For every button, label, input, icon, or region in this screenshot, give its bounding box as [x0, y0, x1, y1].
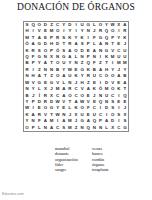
grid-cell: G [122, 125, 128, 131]
word-list-item: trasplante [92, 167, 109, 172]
word-list-right-column: venasbancocordónórganotrasplante [92, 146, 109, 172]
worksheet-page: DONACIÓN DE ÓRGANOS SQODZCYDIUGLOYWXAHIV… [0, 0, 152, 200]
puzzle-title: DONACIÓN DE ÓRGANOS [0, 2, 152, 13]
word-search-grid: SQODZCYDIUGLOYWXAHIVEMOIYIYNJRQOIRMTAEPR… [23, 21, 129, 132]
word-list-item: sangre [55, 167, 78, 172]
word-list-left-column: mundialdonanteorganizaciónlídersangre [55, 146, 78, 172]
watermark: Educima.com [2, 192, 24, 196]
